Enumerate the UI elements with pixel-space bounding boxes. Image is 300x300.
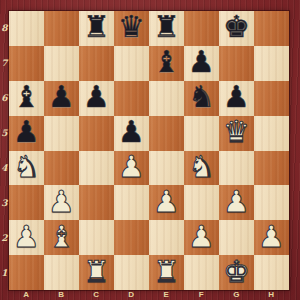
square-c3[interactable] <box>79 185 114 220</box>
board-frame: ♜♛♜♚♝♟♝♟♟♞♟♟♟♛♞♟♞♟♟♟♟♝♟♟♜♜♚ 87654321 ABC… <box>0 0 300 300</box>
square-h4[interactable] <box>254 151 289 186</box>
file-label-e: E <box>149 288 184 300</box>
square-e5[interactable] <box>149 116 184 151</box>
rank-label-8: 8 <box>0 11 9 46</box>
piece-black-pawn: ♟ <box>13 117 40 147</box>
piece-black-bishop: ♝ <box>153 47 180 77</box>
square-b4[interactable] <box>44 151 79 186</box>
rank-label-7: 7 <box>0 46 9 81</box>
piece-black-rook: ♜ <box>153 12 180 42</box>
piece-white-pawn: ♟ <box>48 187 75 217</box>
square-c4[interactable] <box>79 151 114 186</box>
square-g1[interactable]: ♚ <box>219 255 254 290</box>
piece-white-pawn: ♟ <box>153 187 180 217</box>
piece-white-knight: ♞ <box>188 152 215 182</box>
rank-label-3: 3 <box>0 185 9 220</box>
rank-label-1: 1 <box>0 255 9 290</box>
square-c2[interactable] <box>79 220 114 255</box>
rank-label-2: 2 <box>0 220 9 255</box>
piece-black-queen: ♛ <box>118 12 145 42</box>
square-f2[interactable]: ♟ <box>184 220 219 255</box>
piece-white-knight: ♞ <box>13 152 40 182</box>
square-e7[interactable]: ♝ <box>149 46 184 81</box>
piece-white-king: ♚ <box>223 257 250 287</box>
square-f1[interactable] <box>184 255 219 290</box>
square-b8[interactable] <box>44 11 79 46</box>
square-g4[interactable] <box>219 151 254 186</box>
square-b7[interactable] <box>44 46 79 81</box>
square-d2[interactable] <box>114 220 149 255</box>
square-d8[interactable]: ♛ <box>114 11 149 46</box>
square-a1[interactable] <box>9 255 44 290</box>
square-h5[interactable] <box>254 116 289 151</box>
square-e3[interactable]: ♟ <box>149 185 184 220</box>
square-e4[interactable] <box>149 151 184 186</box>
piece-black-bishop: ♝ <box>13 82 40 112</box>
piece-black-pawn: ♟ <box>48 82 75 112</box>
square-f7[interactable]: ♟ <box>184 46 219 81</box>
square-h2[interactable]: ♟ <box>254 220 289 255</box>
piece-black-pawn: ♟ <box>223 82 250 112</box>
square-f3[interactable] <box>184 185 219 220</box>
square-d7[interactable] <box>114 46 149 81</box>
square-b2[interactable]: ♝ <box>44 220 79 255</box>
square-a4[interactable]: ♞ <box>9 151 44 186</box>
square-a3[interactable] <box>9 185 44 220</box>
square-b3[interactable]: ♟ <box>44 185 79 220</box>
square-d6[interactable] <box>114 81 149 116</box>
square-d3[interactable] <box>114 185 149 220</box>
square-b5[interactable] <box>44 116 79 151</box>
piece-white-pawn: ♟ <box>188 222 215 252</box>
square-h1[interactable] <box>254 255 289 290</box>
square-g8[interactable]: ♚ <box>219 11 254 46</box>
square-d1[interactable] <box>114 255 149 290</box>
square-h6[interactable] <box>254 81 289 116</box>
piece-black-rook: ♜ <box>83 12 110 42</box>
square-f4[interactable]: ♞ <box>184 151 219 186</box>
chess-board: ♜♛♜♚♝♟♝♟♟♞♟♟♟♛♞♟♞♟♟♟♟♝♟♟♜♜♚ <box>9 11 289 290</box>
square-c5[interactable] <box>79 116 114 151</box>
piece-white-pawn: ♟ <box>118 152 145 182</box>
file-label-d: D <box>114 288 149 300</box>
piece-white-pawn: ♟ <box>13 222 40 252</box>
piece-black-knight: ♞ <box>188 82 215 112</box>
piece-white-pawn: ♟ <box>223 187 250 217</box>
file-labels: ABCDEFGH <box>9 288 289 300</box>
piece-white-rook: ♜ <box>153 257 180 287</box>
file-label-b: B <box>44 288 79 300</box>
piece-white-queen: ♛ <box>223 117 250 147</box>
square-f8[interactable] <box>184 11 219 46</box>
rank-label-4: 4 <box>0 151 9 186</box>
square-h3[interactable] <box>254 185 289 220</box>
square-a7[interactable] <box>9 46 44 81</box>
square-f6[interactable]: ♞ <box>184 81 219 116</box>
piece-white-bishop: ♝ <box>48 222 75 252</box>
square-b1[interactable] <box>44 255 79 290</box>
square-b6[interactable]: ♟ <box>44 81 79 116</box>
piece-white-pawn: ♟ <box>258 222 285 252</box>
piece-black-pawn: ♟ <box>83 82 110 112</box>
square-g3[interactable]: ♟ <box>219 185 254 220</box>
square-d5[interactable]: ♟ <box>114 116 149 151</box>
square-g7[interactable] <box>219 46 254 81</box>
rank-label-6: 6 <box>0 81 9 116</box>
square-e2[interactable] <box>149 220 184 255</box>
piece-white-rook: ♜ <box>83 257 110 287</box>
square-a6[interactable]: ♝ <box>9 81 44 116</box>
square-g5[interactable]: ♛ <box>219 116 254 151</box>
square-e1[interactable]: ♜ <box>149 255 184 290</box>
square-h7[interactable] <box>254 46 289 81</box>
rank-labels: 87654321 <box>0 11 9 290</box>
square-c6[interactable]: ♟ <box>79 81 114 116</box>
square-d4[interactable]: ♟ <box>114 151 149 186</box>
square-c8[interactable]: ♜ <box>79 11 114 46</box>
square-c7[interactable] <box>79 46 114 81</box>
square-e8[interactable]: ♜ <box>149 11 184 46</box>
square-f5[interactable] <box>184 116 219 151</box>
square-g6[interactable]: ♟ <box>219 81 254 116</box>
piece-black-king: ♚ <box>223 12 250 42</box>
piece-black-pawn: ♟ <box>188 47 215 77</box>
file-label-h: H <box>254 288 289 300</box>
file-label-c: C <box>79 288 114 300</box>
square-a5[interactable]: ♟ <box>9 116 44 151</box>
square-h8[interactable] <box>254 11 289 46</box>
rank-label-5: 5 <box>0 116 9 151</box>
square-c1[interactable]: ♜ <box>79 255 114 290</box>
square-a8[interactable] <box>9 11 44 46</box>
square-g2[interactable] <box>219 220 254 255</box>
piece-black-pawn: ♟ <box>118 117 145 147</box>
file-label-a: A <box>9 288 44 300</box>
file-label-f: F <box>184 288 219 300</box>
square-a2[interactable]: ♟ <box>9 220 44 255</box>
file-label-g: G <box>219 288 254 300</box>
square-e6[interactable] <box>149 81 184 116</box>
